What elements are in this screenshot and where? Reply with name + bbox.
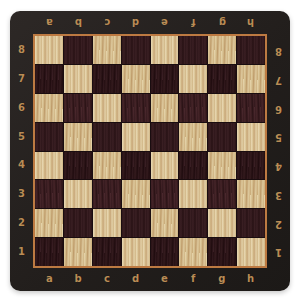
rank-labels-right: 87654321	[271, 36, 286, 266]
square-h7[interactable]	[237, 65, 265, 93]
file-label-bottom-a: a	[35, 271, 64, 286]
rank-label-right-1: 1	[271, 237, 286, 266]
file-label-bottom-b: b	[64, 271, 93, 286]
file-labels-bottom: abcdefgh	[35, 271, 265, 286]
file-label-top-b: b	[64, 15, 93, 30]
rank-labels-left: 87654321	[14, 36, 29, 266]
square-c3[interactable]	[93, 180, 121, 208]
square-c7[interactable]	[93, 65, 121, 93]
square-d6[interactable]	[122, 94, 150, 122]
square-g4[interactable]	[208, 152, 236, 180]
square-d4[interactable]	[122, 152, 150, 180]
rank-label-right-2: 2	[271, 209, 286, 238]
board-pinstripe-border	[33, 34, 267, 268]
file-label-top-e: e	[150, 15, 179, 30]
square-e7[interactable]	[151, 65, 179, 93]
square-g3[interactable]	[208, 180, 236, 208]
square-h1[interactable]	[237, 238, 265, 266]
square-b5[interactable]	[64, 123, 92, 151]
rank-label-right-8: 8	[271, 36, 286, 65]
file-label-top-a: a	[35, 15, 64, 30]
square-g6[interactable]	[208, 94, 236, 122]
file-label-bottom-g: g	[208, 271, 237, 286]
square-c5[interactable]	[93, 123, 121, 151]
square-a7[interactable]	[35, 65, 63, 93]
square-f4[interactable]	[179, 152, 207, 180]
square-c1[interactable]	[93, 238, 121, 266]
square-f1[interactable]	[179, 238, 207, 266]
square-f3[interactable]	[179, 180, 207, 208]
rank-label-right-6: 6	[271, 94, 286, 123]
rank-label-right-5: 5	[271, 122, 286, 151]
square-e4[interactable]	[151, 152, 179, 180]
square-h8[interactable]	[237, 36, 265, 64]
square-a3[interactable]	[35, 180, 63, 208]
square-g1[interactable]	[208, 238, 236, 266]
square-a5[interactable]	[35, 123, 63, 151]
rank-label-right-4: 4	[271, 151, 286, 180]
square-b1[interactable]	[64, 238, 92, 266]
square-a8[interactable]	[35, 36, 63, 64]
square-g7[interactable]	[208, 65, 236, 93]
chess-board: abcdefgh abcdefgh 87654321 87654321	[10, 11, 290, 291]
square-e8[interactable]	[151, 36, 179, 64]
square-a2[interactable]	[35, 209, 63, 237]
square-c6[interactable]	[93, 94, 121, 122]
square-h2[interactable]	[237, 209, 265, 237]
square-h4[interactable]	[237, 152, 265, 180]
file-label-top-c: c	[93, 15, 122, 30]
square-d3[interactable]	[122, 180, 150, 208]
rank-label-left-8: 8	[14, 36, 29, 65]
square-g5[interactable]	[208, 123, 236, 151]
square-f8[interactable]	[179, 36, 207, 64]
square-a1[interactable]	[35, 238, 63, 266]
square-h3[interactable]	[237, 180, 265, 208]
file-label-bottom-f: f	[179, 271, 208, 286]
square-d7[interactable]	[122, 65, 150, 93]
square-e3[interactable]	[151, 180, 179, 208]
rank-label-left-6: 6	[14, 94, 29, 123]
square-e6[interactable]	[151, 94, 179, 122]
file-label-top-d: d	[121, 15, 150, 30]
square-g8[interactable]	[208, 36, 236, 64]
square-b2[interactable]	[64, 209, 92, 237]
rank-label-left-2: 2	[14, 209, 29, 238]
file-label-top-h: h	[236, 15, 265, 30]
square-d8[interactable]	[122, 36, 150, 64]
file-label-bottom-c: c	[93, 271, 122, 286]
square-b4[interactable]	[64, 152, 92, 180]
square-f7[interactable]	[179, 65, 207, 93]
square-c8[interactable]	[93, 36, 121, 64]
rank-label-left-3: 3	[14, 180, 29, 209]
square-c2[interactable]	[93, 209, 121, 237]
file-label-bottom-d: d	[121, 271, 150, 286]
square-b8[interactable]	[64, 36, 92, 64]
square-c4[interactable]	[93, 152, 121, 180]
square-e2[interactable]	[151, 209, 179, 237]
square-d5[interactable]	[122, 123, 150, 151]
square-a6[interactable]	[35, 94, 63, 122]
rank-label-right-7: 7	[271, 65, 286, 94]
file-label-top-g: g	[208, 15, 237, 30]
square-b3[interactable]	[64, 180, 92, 208]
rank-label-left-5: 5	[14, 122, 29, 151]
square-f5[interactable]	[179, 123, 207, 151]
rank-label-left-4: 4	[14, 151, 29, 180]
square-f6[interactable]	[179, 94, 207, 122]
file-label-bottom-h: h	[236, 271, 265, 286]
file-label-bottom-e: e	[150, 271, 179, 286]
square-b6[interactable]	[64, 94, 92, 122]
rank-label-left-1: 1	[14, 237, 29, 266]
square-e5[interactable]	[151, 123, 179, 151]
square-d2[interactable]	[122, 209, 150, 237]
square-b7[interactable]	[64, 65, 92, 93]
file-labels-top: abcdefgh	[35, 15, 265, 30]
rank-label-left-7: 7	[14, 65, 29, 94]
square-e1[interactable]	[151, 238, 179, 266]
rank-label-right-3: 3	[271, 180, 286, 209]
square-h6[interactable]	[237, 94, 265, 122]
square-f2[interactable]	[179, 209, 207, 237]
square-h5[interactable]	[237, 123, 265, 151]
square-a4[interactable]	[35, 152, 63, 180]
square-g2[interactable]	[208, 209, 236, 237]
file-label-top-f: f	[179, 15, 208, 30]
board-grid	[35, 36, 265, 266]
square-d1[interactable]	[122, 238, 150, 266]
